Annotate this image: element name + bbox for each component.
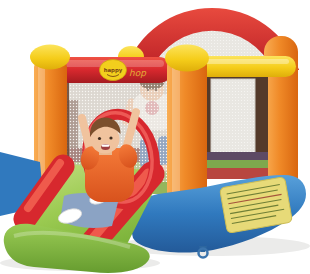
brand-script-text: hop xyxy=(129,68,147,78)
bounce-house-product-photo: happy hop xyxy=(0,0,310,274)
bounce-house-illustration: happy hop xyxy=(0,0,310,274)
side-mesh-window xyxy=(211,79,255,155)
center-pillar-cap xyxy=(165,45,209,72)
left-pillar-cap xyxy=(30,45,70,70)
center-pillar xyxy=(165,45,209,203)
boy-eye-right xyxy=(109,136,112,139)
boy-eye-left xyxy=(98,137,101,140)
yellow-beam-highlight xyxy=(203,59,289,64)
center-pillar-highlight xyxy=(172,61,180,199)
back-wall-stripe-purple xyxy=(205,152,268,161)
back-wall-stripe-green xyxy=(205,160,268,169)
brand-badge-text: happy xyxy=(104,67,123,74)
boy-teeth xyxy=(102,145,110,147)
